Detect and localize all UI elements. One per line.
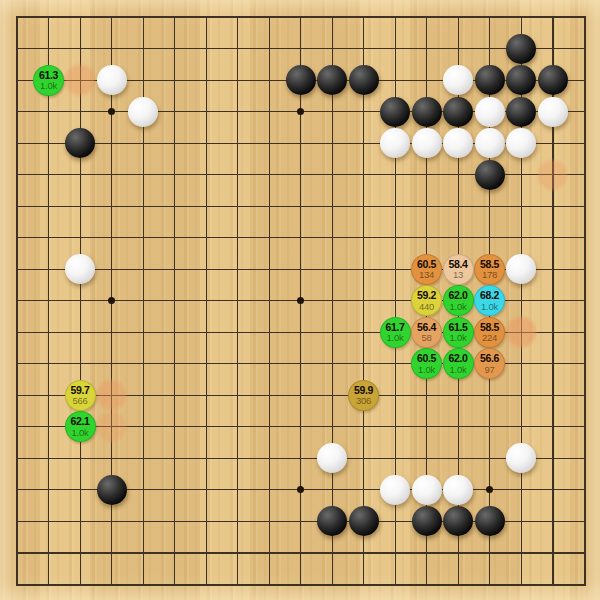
star-point (297, 297, 304, 304)
ghost-suggestion[interactable] (96, 409, 128, 445)
move-suggestion-badge[interactable]: 62.01.0k (443, 285, 474, 316)
move-suggestion-badge[interactable]: 61.71.0k (380, 317, 411, 348)
move-suggestion-badge[interactable]: 56.458 (411, 317, 442, 348)
winrate-value: 60.5 (417, 259, 436, 270)
visits-value: 306 (356, 396, 371, 406)
black-stone-cell (474, 159, 506, 191)
white-stone-cell (474, 96, 506, 128)
star-point (108, 297, 115, 304)
visits-value: 1.0k (387, 333, 404, 343)
visits-value: 1.0k (418, 365, 435, 375)
move-suggestion-cell: 59.7566 (64, 379, 96, 411)
white-stone (506, 443, 536, 473)
star-point-cell (474, 474, 506, 506)
visits-value: 134 (419, 270, 434, 280)
move-suggestion-cell: 62.01.0k (442, 285, 474, 317)
move-suggestion-cell: 58.413 (442, 253, 474, 285)
white-stone (538, 97, 568, 127)
star-point (486, 486, 493, 493)
move-suggestion-badge[interactable]: 59.9306 (348, 380, 379, 411)
white-stone (380, 475, 410, 505)
black-stone (97, 475, 127, 505)
black-stone-cell (505, 33, 537, 65)
white-stone-cell (411, 474, 443, 506)
move-suggestion-cell: 60.51.0k (411, 348, 443, 380)
move-suggestion-badge[interactable]: 60.5134 (411, 254, 442, 285)
visits-value: 1.0k (40, 81, 57, 91)
winrate-value: 56.4 (417, 322, 436, 333)
white-stone (65, 254, 95, 284)
black-stone (286, 65, 316, 95)
white-stone (506, 128, 536, 158)
white-stone-cell (379, 474, 411, 506)
board-grid[interactable]: 61.31.0k60.513458.41358.517859.244062.01… (1, 1, 600, 600)
white-stone-cell (96, 64, 128, 96)
move-suggestion-cell: 60.5134 (411, 253, 443, 285)
move-suggestion-cell: 58.5224 (474, 316, 506, 348)
move-suggestion-cell: 56.458 (411, 316, 443, 348)
winrate-value: 59.9 (354, 385, 373, 396)
visits-value: 1.0k (450, 302, 467, 312)
visits-value: 97 (485, 365, 495, 375)
black-stone (349, 65, 379, 95)
visits-value: 1.0k (450, 333, 467, 343)
winrate-value: 62.1 (70, 416, 89, 427)
winrate-value: 58.4 (448, 259, 467, 270)
white-stone (443, 128, 473, 158)
visits-value: 178 (482, 270, 497, 280)
move-suggestion-cell: 58.5178 (474, 253, 506, 285)
move-suggestion-cell: 61.31.0k (33, 64, 65, 96)
black-stone (443, 97, 473, 127)
move-suggestion-badge[interactable]: 61.51.0k (443, 317, 474, 348)
black-stone (65, 128, 95, 158)
winrate-value: 61.7 (385, 322, 404, 333)
white-stone-cell (442, 64, 474, 96)
move-suggestion-cell: 59.9306 (348, 379, 380, 411)
black-stone-cell (316, 505, 348, 537)
move-suggestion-badge[interactable]: 56.697 (474, 348, 505, 379)
winrate-value: 59.7 (70, 385, 89, 396)
move-suggestion-badge[interactable]: 58.5224 (474, 317, 505, 348)
black-stone (349, 506, 379, 536)
black-stone (412, 97, 442, 127)
visits-value: 1.0k (450, 365, 467, 375)
black-stone-cell (505, 64, 537, 96)
ghost-suggestion-cell (505, 316, 537, 348)
star-point (108, 108, 115, 115)
black-stone-cell (505, 96, 537, 128)
black-stone (538, 65, 568, 95)
white-stone-cell (505, 442, 537, 474)
white-stone (128, 97, 158, 127)
black-stone-cell (348, 64, 380, 96)
move-suggestion-cell: 68.21.0k (474, 285, 506, 317)
star-point-cell (96, 285, 128, 317)
move-suggestion-badge[interactable]: 58.413 (443, 254, 474, 285)
black-stone (475, 506, 505, 536)
white-stone-cell (316, 442, 348, 474)
star-point-cell (96, 96, 128, 128)
ghost-suggestion[interactable] (96, 377, 128, 413)
winrate-value: 58.5 (480, 259, 499, 270)
move-suggestion-cell: 56.697 (474, 348, 506, 380)
winrate-value: 60.5 (417, 353, 436, 364)
black-stone-cell (411, 505, 443, 537)
winrate-value: 62.0 (448, 290, 467, 301)
ghost-suggestion[interactable] (505, 314, 537, 350)
visits-value: 440 (419, 302, 434, 312)
black-stone (506, 34, 536, 64)
visits-value: 224 (482, 333, 497, 343)
visits-value: 566 (73, 396, 88, 406)
ghost-suggestion-cell (96, 411, 128, 443)
move-suggestion-cell: 61.71.0k (379, 316, 411, 348)
move-suggestion-badge[interactable]: 62.11.0k (65, 411, 96, 442)
black-stone (475, 160, 505, 190)
white-stone (380, 128, 410, 158)
white-stone (412, 475, 442, 505)
go-board: 61.31.0k60.513458.41358.517859.244062.01… (0, 0, 600, 600)
move-suggestion-cell: 61.51.0k (442, 316, 474, 348)
visits-value: 58 (422, 333, 432, 343)
move-suggestion-badge[interactable]: 68.21.0k (474, 285, 505, 316)
move-suggestion-badge[interactable]: 58.5178 (474, 254, 505, 285)
white-stone (475, 97, 505, 127)
black-stone-cell (285, 64, 317, 96)
white-stone-cell (64, 253, 96, 285)
ghost-suggestion-cell (96, 379, 128, 411)
move-suggestion-badge[interactable]: 61.31.0k (33, 65, 64, 96)
winrate-value: 58.5 (480, 322, 499, 333)
black-stone-cell (379, 96, 411, 128)
black-stone (317, 65, 347, 95)
move-suggestion-cell: 62.11.0k (64, 411, 96, 443)
black-stone-cell (442, 96, 474, 128)
white-stone-cell (411, 127, 443, 159)
white-stone-cell (505, 253, 537, 285)
white-stone (412, 128, 442, 158)
black-stone (475, 65, 505, 95)
star-point-cell (285, 474, 317, 506)
black-stone (506, 97, 536, 127)
black-stone-cell (316, 64, 348, 96)
move-suggestion-cell: 59.2440 (411, 285, 443, 317)
ghost-suggestion[interactable] (537, 157, 569, 193)
black-stone-cell (64, 127, 96, 159)
winrate-value: 68.2 (480, 290, 499, 301)
move-suggestion-badge[interactable]: 62.01.0k (443, 348, 474, 379)
ghost-suggestion[interactable] (64, 62, 96, 98)
black-stone-cell (537, 64, 569, 96)
white-stone-cell (505, 127, 537, 159)
white-stone-cell (537, 96, 569, 128)
black-stone (317, 506, 347, 536)
white-stone (443, 475, 473, 505)
star-point-cell (285, 285, 317, 317)
visits-value: 1.0k (481, 302, 498, 312)
ghost-suggestion-cell (537, 159, 569, 191)
white-stone-cell (127, 96, 159, 128)
black-stone (506, 65, 536, 95)
black-stone (412, 506, 442, 536)
white-stone-cell (442, 127, 474, 159)
black-stone (380, 97, 410, 127)
black-stone-cell (348, 505, 380, 537)
move-suggestion-cell: 62.01.0k (442, 348, 474, 380)
move-suggestion-badge[interactable]: 59.2440 (411, 285, 442, 316)
star-point-cell (285, 96, 317, 128)
white-stone (443, 65, 473, 95)
ghost-suggestion-cell (64, 64, 96, 96)
black-stone-cell (474, 505, 506, 537)
move-suggestion-badge[interactable]: 59.7566 (65, 380, 96, 411)
white-stone-cell (379, 127, 411, 159)
white-stone (506, 254, 536, 284)
star-point (297, 108, 304, 115)
winrate-value: 61.5 (448, 322, 467, 333)
winrate-value: 59.2 (417, 290, 436, 301)
winrate-value: 61.3 (39, 70, 58, 81)
black-stone-cell (474, 64, 506, 96)
white-stone-cell (442, 474, 474, 506)
white-stone (317, 443, 347, 473)
star-point (297, 486, 304, 493)
white-stone (97, 65, 127, 95)
winrate-value: 62.0 (448, 353, 467, 364)
black-stone-cell (96, 474, 128, 506)
visits-value: 1.0k (72, 428, 89, 438)
black-stone-cell (442, 505, 474, 537)
black-stone (443, 506, 473, 536)
move-suggestion-badge[interactable]: 60.51.0k (411, 348, 442, 379)
winrate-value: 56.6 (480, 353, 499, 364)
white-stone-cell (474, 127, 506, 159)
white-stone (475, 128, 505, 158)
visits-value: 13 (453, 270, 463, 280)
black-stone-cell (411, 96, 443, 128)
